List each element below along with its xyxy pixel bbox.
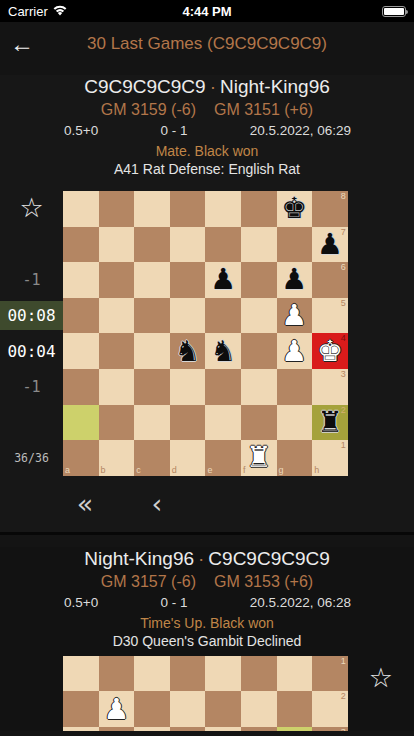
square-g2: ♟	[99, 691, 135, 727]
square-d4: ♞	[170, 333, 206, 369]
rank-label-3: 3	[341, 370, 346, 379]
square-d3	[205, 727, 241, 731]
square-e2	[170, 691, 206, 727]
file-label-c: c	[136, 466, 141, 475]
square-a2	[63, 405, 99, 441]
game-date: 20.5.2022, 06:29	[250, 122, 351, 140]
square-g1	[99, 656, 135, 692]
black-rating: GM 3153 (+6)	[214, 571, 313, 593]
square-b1	[277, 656, 313, 692]
board-left-spacer	[0, 656, 63, 731]
file-label-a: a	[65, 466, 70, 475]
square-h8: 8	[312, 191, 348, 227]
square-h5: 5	[312, 298, 348, 334]
white-rating: GM 3159 (-6)	[101, 99, 196, 121]
file-label-h: h	[314, 466, 319, 475]
status-bar: Carrier 4:44 PM	[0, 0, 414, 22]
step-back-button[interactable]: ‹	[138, 484, 176, 524]
termination: Time's Up. Black won	[0, 614, 414, 632]
square-g4: ♟	[277, 333, 313, 369]
square-e4: ♞	[205, 333, 241, 369]
square-h2	[63, 691, 99, 727]
white-pawn: ♟	[99, 691, 135, 727]
square-d3	[170, 369, 206, 405]
wifi-icon	[52, 5, 68, 17]
white-player-name: Night-King96	[84, 548, 194, 569]
square-e5	[205, 298, 241, 334]
square-a5	[63, 298, 99, 334]
board-clip: 1♟23	[63, 656, 348, 731]
square-a1: a	[63, 440, 99, 476]
square-b3	[277, 727, 313, 731]
ratings-line: GM 3157 (-6) GM 3153 (+6)	[0, 571, 414, 593]
square-a6	[63, 262, 99, 298]
square-h6: 6	[312, 262, 348, 298]
square-g1: g	[277, 440, 313, 476]
square-c2	[241, 691, 277, 727]
square-h2: 2♜	[312, 405, 348, 441]
square-b6	[99, 262, 135, 298]
move-controls: « ‹	[0, 476, 414, 532]
chess-board-1[interactable]: ♚87♟♟♟6♟5♞♞♟4♚32♜abcdef♜g1h	[63, 191, 348, 476]
battery-icon	[382, 6, 406, 17]
square-e8	[205, 191, 241, 227]
card-separator	[0, 532, 414, 535]
white-pawn: ♟	[277, 298, 313, 334]
square-b2	[277, 691, 313, 727]
square-e3	[205, 369, 241, 405]
square-b8	[99, 191, 135, 227]
square-f3	[134, 727, 170, 731]
nav-bar: ← 30 Last Games (C9C9C9C9C9)	[0, 22, 414, 66]
file-label-g: g	[279, 466, 284, 475]
square-e6: ♟	[205, 262, 241, 298]
square-e2	[205, 405, 241, 441]
title-dot: ·	[194, 548, 208, 569]
chess-board-2[interactable]: 1♟23	[63, 656, 348, 731]
rank-label-1: 1	[341, 657, 346, 666]
rank-label-5: 5	[341, 299, 346, 308]
square-g3	[277, 369, 313, 405]
square-b4	[99, 333, 135, 369]
black-player-name: C9C9C9C9C9	[208, 548, 329, 569]
square-e1: e	[205, 440, 241, 476]
square-c7	[134, 227, 170, 263]
termination: Mate. Black won	[0, 142, 414, 160]
square-d7	[170, 227, 206, 263]
square-g6: ♟	[277, 262, 313, 298]
square-f5	[241, 298, 277, 334]
time-control: 0.5+0	[64, 594, 98, 612]
white-pawn: ♟	[277, 333, 313, 369]
square-h3: 3	[312, 369, 348, 405]
square-a2: 2	[312, 691, 348, 727]
square-b5	[99, 298, 135, 334]
square-c5	[134, 298, 170, 334]
rank-label-1: 1	[341, 441, 346, 450]
black-king: ♚	[277, 191, 313, 227]
carrier-label: Carrier	[8, 4, 48, 19]
square-b7	[99, 227, 135, 263]
square-a8	[63, 191, 99, 227]
board-left-rail: ☆ -1 00:08 00:04 -1 36/36	[0, 191, 63, 476]
file-label-b: b	[101, 466, 106, 475]
clock-other: 00:04	[7, 342, 55, 361]
square-b2	[99, 405, 135, 441]
black-knight: ♞	[205, 333, 241, 369]
square-d2	[205, 691, 241, 727]
board-section-1: ☆ -1 00:08 00:04 -1 36/36 ♚87♟♟♟6♟5♞♞♟4♚…	[0, 191, 414, 476]
square-f1	[134, 656, 170, 692]
square-f2	[134, 691, 170, 727]
square-h1: 1h	[312, 440, 348, 476]
square-c2	[134, 405, 170, 441]
clock-highlighted: 00:08	[0, 301, 63, 330]
result: 0 - 1	[160, 594, 187, 612]
result: 0 - 1	[160, 122, 187, 140]
square-c1: c	[134, 440, 170, 476]
black-pawn: ♟	[205, 262, 241, 298]
square-f6	[241, 262, 277, 298]
square-c6	[134, 262, 170, 298]
square-e7	[205, 227, 241, 263]
square-h1	[63, 656, 99, 692]
back-button[interactable]: ←	[0, 22, 44, 66]
rank-label-2: 2	[341, 692, 346, 701]
jump-to-start-button[interactable]: «	[66, 484, 104, 524]
rank-label-3: 3	[341, 728, 346, 731]
black-rating: GM 3151 (+6)	[214, 99, 313, 121]
square-a3	[63, 369, 99, 405]
ratings-line: GM 3159 (-6) GM 3151 (+6)	[0, 99, 414, 121]
time-control: 0.5+0	[64, 122, 98, 140]
white-rook: ♜	[241, 440, 277, 476]
board-section-2: 1♟23 ☆	[0, 656, 414, 731]
players-title: C9C9C9C9C9·Night-King96	[0, 75, 414, 99]
square-f7	[241, 227, 277, 263]
square-e1	[170, 656, 206, 692]
square-c4	[134, 333, 170, 369]
square-f8	[241, 191, 277, 227]
square-d5	[170, 298, 206, 334]
white-player-name: C9C9C9C9C9	[84, 76, 205, 97]
square-b3	[99, 369, 135, 405]
game-card-2: Night-King96·C9C9C9C9C9 GM 3157 (-6) GM …	[0, 547, 414, 731]
square-a1: 1	[312, 656, 348, 692]
square-e3	[170, 727, 206, 731]
opening-name: A41 Rat Defense: English Rat	[0, 160, 414, 178]
rank-label-8: 8	[341, 192, 346, 201]
square-d6	[170, 262, 206, 298]
black-pawn: ♟	[312, 227, 348, 263]
square-f4	[241, 333, 277, 369]
square-c1	[241, 656, 277, 692]
black-pawn: ♟	[277, 262, 313, 298]
game-info-line: 0.5+0 0 - 1 20.5.2022, 06:29	[64, 122, 351, 140]
square-c3	[134, 369, 170, 405]
square-d8	[170, 191, 206, 227]
black-player-name: Night-King96	[220, 76, 330, 97]
square-b1: b	[99, 440, 135, 476]
white-rating: GM 3157 (-6)	[101, 571, 196, 593]
square-g3	[99, 727, 135, 731]
game-info-line: 0.5+0 0 - 1 20.5.2022, 06:28	[64, 594, 351, 612]
square-g7	[277, 227, 313, 263]
move-counter: 36/36	[14, 451, 49, 465]
title-dot: ·	[206, 76, 220, 97]
square-a4	[63, 333, 99, 369]
square-h3	[63, 727, 99, 731]
square-c3	[241, 727, 277, 731]
file-label-d: d	[172, 466, 177, 475]
square-d1	[205, 656, 241, 692]
black-rook: ♜	[312, 405, 348, 441]
square-a7	[63, 227, 99, 263]
square-f1: f♜	[241, 440, 277, 476]
players-title: Night-King96·C9C9C9C9C9	[0, 547, 414, 571]
square-c8	[134, 191, 170, 227]
square-h7: 7♟	[312, 227, 348, 263]
board-right-rail: ☆	[348, 656, 414, 731]
square-f2	[241, 405, 277, 441]
game-card-1: C9C9C9C9C9·Night-King96 GM 3159 (-6) GM …	[0, 75, 414, 532]
favorite-star-icon[interactable]: ☆	[19, 195, 43, 222]
favorite-star-icon[interactable]: ☆	[369, 665, 393, 692]
square-f3	[241, 369, 277, 405]
file-label-e: e	[207, 466, 212, 475]
rating-delta-bottom: -1	[22, 378, 40, 396]
black-knight: ♞	[170, 333, 206, 369]
page-title: 30 Last Games (C9C9C9C9C9)	[0, 34, 414, 54]
square-h4: 4♚	[312, 333, 348, 369]
square-g2	[277, 405, 313, 441]
square-d1: d	[170, 440, 206, 476]
clock-value: 00:08	[7, 306, 55, 325]
game-date: 20.5.2022, 06:28	[250, 594, 351, 612]
square-d2	[170, 405, 206, 441]
square-a3: 3	[312, 727, 348, 731]
white-king: ♚	[312, 333, 348, 369]
square-g8: ♚	[277, 191, 313, 227]
rank-label-6: 6	[341, 263, 346, 272]
square-g5: ♟	[277, 298, 313, 334]
opening-name: D30 Queen's Gambit Declined	[0, 632, 414, 650]
rating-delta-top: -1	[22, 271, 40, 289]
